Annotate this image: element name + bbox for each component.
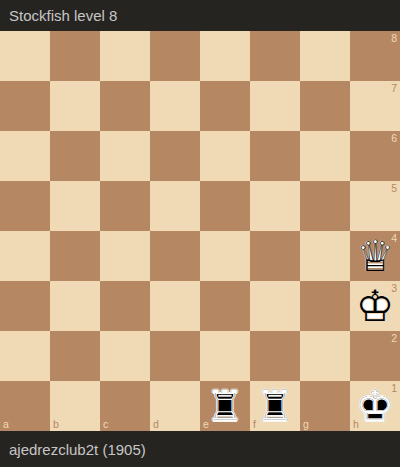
square-c7[interactable] [100,81,150,131]
black-rook-outline-glyph: ♖ [200,381,250,431]
opponent-name: Stockfish level 8 [9,8,117,23]
square-d1[interactable]: d [150,381,200,431]
file-label-a: a [3,419,9,430]
file-label-c: c [103,419,108,430]
square-b8[interactable] [50,31,100,81]
square-h5[interactable]: 5 [350,181,400,231]
square-c2[interactable] [100,331,150,381]
square-e1[interactable]: e♜♖ [200,381,250,431]
opponent-bar: Stockfish level 8 [0,0,400,31]
square-e8[interactable] [200,31,250,81]
square-d3[interactable] [150,281,200,331]
square-b7[interactable] [50,81,100,131]
chess-app: Stockfish level 8 87654♛♕3♚♔2abcde♜♖f♜♖g… [0,0,400,467]
square-a1[interactable]: a [0,381,50,431]
square-c1[interactable]: c [100,381,150,431]
player-bar: ajedrezclub2t (1905) [0,431,400,467]
square-c6[interactable] [100,131,150,181]
square-f4[interactable] [250,231,300,281]
square-e5[interactable] [200,181,250,231]
square-d7[interactable] [150,81,200,131]
square-b3[interactable] [50,281,100,331]
black-rook[interactable]: ♜♖ [200,381,250,431]
square-g1[interactable]: g [300,381,350,431]
rank-label-5: 5 [391,183,397,194]
square-f3[interactable] [250,281,300,331]
chess-board: 87654♛♕3♚♔2abcde♜♖f♜♖g1h♚♔ [0,31,400,431]
square-c5[interactable] [100,181,150,231]
white-queen[interactable]: ♛♕ [350,231,400,281]
square-h1[interactable]: 1h♚♔ [350,381,400,431]
rank-label-2: 2 [391,333,397,344]
square-a8[interactable] [0,31,50,81]
square-g3[interactable] [300,281,350,331]
square-e7[interactable] [200,81,250,131]
square-g8[interactable] [300,31,350,81]
square-d8[interactable] [150,31,200,81]
white-queen-outline-glyph: ♕ [350,231,400,281]
rank-label-8: 8 [391,33,397,44]
square-g2[interactable] [300,331,350,381]
square-f5[interactable] [250,181,300,231]
square-c8[interactable] [100,31,150,81]
square-a4[interactable] [0,231,50,281]
square-h8[interactable]: 8 [350,31,400,81]
square-h3[interactable]: 3♚♔ [350,281,400,331]
black-rook-outline-glyph: ♖ [250,381,300,431]
white-king[interactable]: ♚♔ [350,281,400,331]
black-rook[interactable]: ♜♖ [250,381,300,431]
black-king[interactable]: ♚♔ [350,381,400,431]
square-d6[interactable] [150,131,200,181]
square-g6[interactable] [300,131,350,181]
square-f8[interactable] [250,31,300,81]
square-b5[interactable] [50,181,100,231]
white-king-outline-glyph: ♔ [350,281,400,331]
rank-label-7: 7 [391,83,397,94]
square-b6[interactable] [50,131,100,181]
file-label-d: d [153,419,159,430]
square-a5[interactable] [0,181,50,231]
square-a6[interactable] [0,131,50,181]
square-b2[interactable] [50,331,100,381]
square-b4[interactable] [50,231,100,281]
square-c3[interactable] [100,281,150,331]
square-d5[interactable] [150,181,200,231]
square-h2[interactable]: 2 [350,331,400,381]
square-a7[interactable] [0,81,50,131]
square-d2[interactable] [150,331,200,381]
file-label-g: g [303,419,309,430]
square-e6[interactable] [200,131,250,181]
rank-label-6: 6 [391,133,397,144]
square-d4[interactable] [150,231,200,281]
square-g5[interactable] [300,181,350,231]
square-g7[interactable] [300,81,350,131]
square-b1[interactable]: b [50,381,100,431]
square-c4[interactable] [100,231,150,281]
square-g4[interactable] [300,231,350,281]
square-f7[interactable] [250,81,300,131]
square-a3[interactable] [0,281,50,331]
square-f6[interactable] [250,131,300,181]
black-king-outline-glyph: ♔ [350,381,400,431]
square-e3[interactable] [200,281,250,331]
square-h4[interactable]: 4♛♕ [350,231,400,281]
square-e4[interactable] [200,231,250,281]
file-label-b: b [53,419,59,430]
square-f1[interactable]: f♜♖ [250,381,300,431]
square-a2[interactable] [0,331,50,381]
square-f2[interactable] [250,331,300,381]
square-h7[interactable]: 7 [350,81,400,131]
player-name: ajedrezclub2t (1905) [9,442,146,457]
square-h6[interactable]: 6 [350,131,400,181]
square-e2[interactable] [200,331,250,381]
